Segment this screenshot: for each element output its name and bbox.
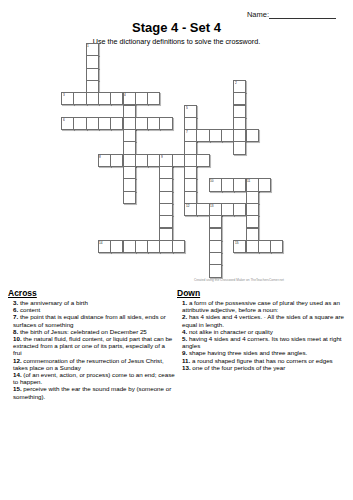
cell-number: 14 [99, 241, 103, 244]
grid-cell[interactable] [135, 154, 148, 167]
cell-number: 7 [186, 130, 188, 133]
grid-cell[interactable] [184, 117, 197, 130]
down-clue: 5. having 4 sides and 4 corners. Its two… [182, 335, 349, 349]
name-blank-line[interactable] [269, 11, 336, 19]
grid-cell[interactable] [159, 240, 172, 253]
grid-cell[interactable]: 13 [209, 203, 222, 216]
grid-cell[interactable]: 9 [159, 154, 172, 167]
grid-cell[interactable] [135, 240, 148, 253]
grid-cell[interactable] [123, 154, 136, 167]
down-header: Down [177, 288, 349, 298]
grid-cell[interactable] [123, 105, 136, 118]
cell-number: 2 [235, 81, 237, 84]
grid-cell[interactable]: 11 [246, 178, 259, 191]
grid-cell[interactable] [209, 215, 222, 228]
cell-number: 8 [99, 155, 101, 158]
grid-cell[interactable]: 6 [61, 117, 74, 130]
clue-number: 2. [182, 313, 189, 320]
grid-cell[interactable] [246, 203, 259, 216]
grid-cell[interactable] [209, 129, 222, 142]
cell-number: 13 [210, 204, 214, 207]
grid-cell[interactable] [147, 117, 160, 130]
across-clue: 6. content [13, 306, 175, 313]
grid-cell[interactable] [233, 129, 246, 142]
across-clues-section: Across 3. the anniversary of a birth6. c… [8, 288, 175, 400]
clue-number: 7. [13, 313, 20, 320]
clue-number: 14. [13, 371, 23, 378]
across-clue: 7. the point that is equal distance from… [13, 313, 175, 327]
grid-cell[interactable] [246, 215, 259, 228]
grid-cell[interactable]: 8 [98, 154, 111, 167]
clue-number: 12. [13, 357, 23, 364]
grid-cell[interactable] [196, 154, 209, 167]
grid-cell[interactable] [159, 203, 172, 216]
grid-cell[interactable] [110, 240, 123, 253]
crossword-grid: 123456789101112131415 [61, 43, 285, 279]
grid-cell[interactable] [246, 191, 259, 204]
grid-cell[interactable] [233, 117, 246, 130]
grid-cell[interactable] [123, 129, 136, 142]
down-clue: 9. shape having three sides and three an… [182, 349, 349, 356]
credit-line: Created using the Crossword Maker on The… [194, 278, 284, 282]
cell-number: 12 [186, 204, 190, 207]
cell-number: 10 [210, 179, 214, 182]
grid-cell[interactable] [246, 228, 259, 241]
down-clue: 13. one of the four periods of the year [182, 364, 349, 371]
grid-cell[interactable] [196, 129, 209, 142]
grid-cell[interactable]: 4 [123, 92, 136, 105]
down-clue: 11. a round shaped figure that has no co… [182, 357, 349, 364]
grid-cell[interactable] [147, 92, 160, 105]
cell-number: 15 [235, 241, 239, 244]
cell-number: 6 [63, 118, 65, 121]
grid-cell[interactable] [172, 240, 185, 253]
grid-cell[interactable] [159, 228, 172, 241]
grid-cell[interactable] [123, 166, 136, 179]
clue-number: 13. [182, 364, 192, 371]
grid-cell[interactable] [159, 191, 172, 204]
grid-cell[interactable] [196, 203, 209, 216]
name-row: Name: [247, 10, 336, 19]
clue-number: 11. [182, 357, 192, 364]
grid-cell[interactable] [110, 117, 123, 130]
clue-number: 15. [13, 385, 23, 392]
grid-cell[interactable]: 7 [184, 129, 197, 142]
down-clues-section: Down 1. a form of the possessive case of… [177, 288, 349, 371]
cell-number: 3 [63, 93, 65, 96]
grid-cell[interactable] [221, 203, 234, 216]
clue-number: 3. [13, 299, 20, 306]
clue-number: 4. [182, 328, 189, 335]
grid-cell[interactable] [86, 68, 99, 81]
grid-cell[interactable] [73, 117, 86, 130]
grid-cell[interactable] [221, 129, 234, 142]
grid-cell[interactable]: 3 [61, 92, 74, 105]
grid-cell[interactable] [98, 92, 111, 105]
grid-cell[interactable] [258, 178, 271, 191]
cell-number: 9 [161, 155, 163, 158]
across-clue: 8. the birth of Jesus: celebrated on Dec… [13, 328, 175, 335]
clue-number: 8. [13, 328, 20, 335]
grid-cell[interactable] [123, 117, 136, 130]
clue-number: 10. [13, 335, 23, 342]
grid-cell[interactable] [123, 191, 136, 204]
grid-cell[interactable] [258, 240, 271, 253]
cell-number: 1 [87, 44, 89, 47]
across-header: Across [8, 288, 175, 298]
grid-cell[interactable] [209, 228, 222, 241]
down-clue-list: 1. a form of the possessive case of plur… [177, 299, 349, 371]
cell-number: 4 [124, 93, 126, 96]
across-clue: 14. (of an event, action, or process) co… [13, 371, 175, 385]
grid-cell[interactable] [159, 166, 172, 179]
grid-cell[interactable] [184, 154, 197, 167]
grid-cell[interactable] [110, 154, 123, 167]
grid-cell[interactable] [147, 154, 160, 167]
grid-cell[interactable] [184, 166, 197, 179]
grid-cell[interactable] [159, 215, 172, 228]
grid-cell[interactable] [209, 264, 222, 277]
grid-cell[interactable] [147, 240, 160, 253]
grid-cell[interactable] [209, 240, 222, 253]
grid-cell[interactable] [246, 129, 259, 142]
grid-cell[interactable]: 5 [184, 105, 197, 118]
grid-cell[interactable] [123, 178, 136, 191]
clue-number: 6. [13, 306, 20, 313]
grid-cell[interactable] [246, 240, 259, 253]
grid-cell[interactable] [135, 92, 148, 105]
grid-cell[interactable] [86, 92, 99, 105]
grid-cell[interactable] [110, 92, 123, 105]
grid-cell[interactable]: 14 [98, 240, 111, 253]
grid-cell[interactable] [86, 80, 99, 93]
cell-number: 11 [247, 179, 250, 182]
grid-cell[interactable] [159, 178, 172, 191]
grid-cell[interactable] [233, 105, 246, 118]
down-clue: 1. a form of the possessive case of plur… [182, 299, 349, 313]
grid-cell[interactable] [135, 117, 148, 130]
grid-cell[interactable] [98, 117, 111, 130]
across-clue-list: 3. the anniversary of a birth6. content7… [8, 299, 175, 400]
cell-number: 5 [186, 106, 188, 109]
grid-cell[interactable] [209, 252, 222, 265]
grid-cell[interactable]: 10 [209, 178, 222, 191]
clue-number: 5. [182, 335, 189, 342]
grid-cell[interactable]: 15 [233, 240, 246, 253]
clue-number: 9. [182, 349, 189, 356]
grid-cell[interactable] [172, 154, 185, 167]
grid-cell[interactable] [123, 240, 136, 253]
grid-cell[interactable] [184, 178, 197, 191]
page-title: Stage 4 - Set 4 [0, 20, 353, 35]
grid-cell[interactable] [123, 141, 136, 154]
across-clue: 15. perceive with the ear the sound made… [13, 385, 175, 399]
across-clue: 3. the anniversary of a birth [13, 299, 175, 306]
name-label: Name: [247, 10, 269, 19]
grid-cell[interactable] [86, 55, 99, 68]
grid-cell[interactable]: 12 [184, 203, 197, 216]
grid-cell[interactable] [270, 240, 283, 253]
grid-cell[interactable] [233, 178, 246, 191]
grid-cell[interactable]: 2 [233, 80, 246, 93]
across-clue: 12. commemoration of the resurrection of… [13, 357, 175, 371]
worksheet-page: Name: Stage 4 - Set 4 Use the dictionary… [0, 0, 353, 500]
grid-cell[interactable] [184, 191, 197, 204]
grid-cell[interactable] [233, 141, 246, 154]
grid-cell[interactable] [233, 203, 246, 216]
grid-cell[interactable] [221, 178, 234, 191]
grid-cell[interactable] [86, 117, 99, 130]
grid-cell[interactable] [184, 141, 197, 154]
grid-cell[interactable] [73, 92, 86, 105]
across-clue: 10. the natural fluid, fluid content, or… [13, 335, 175, 357]
down-clue: 4. not alike in character or quality [182, 328, 349, 335]
down-clue: 2. has 4 sides and 4 vertices. · All the… [182, 313, 349, 327]
grid-cell[interactable] [159, 117, 172, 130]
grid-cell[interactable]: 1 [86, 43, 99, 56]
clue-number: 1. [182, 299, 189, 306]
grid-cell[interactable] [233, 92, 246, 105]
